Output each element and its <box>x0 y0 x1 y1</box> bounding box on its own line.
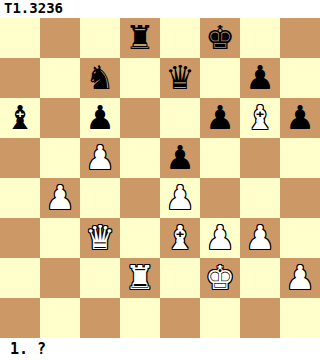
square-d6[interactable] <box>120 98 160 138</box>
black-pawn-piece[interactable]: ♟ <box>245 58 275 98</box>
square-g6[interactable]: ♝ <box>240 98 280 138</box>
square-b6[interactable] <box>40 98 80 138</box>
square-f4[interactable] <box>200 178 240 218</box>
square-e8[interactable] <box>160 18 200 58</box>
square-a6[interactable]: ♝ <box>0 98 40 138</box>
square-f1[interactable] <box>200 298 240 338</box>
square-e5[interactable]: ♟ <box>160 138 200 178</box>
square-a8[interactable] <box>0 18 40 58</box>
square-a7[interactable] <box>0 58 40 98</box>
square-f8[interactable]: ♚ <box>200 18 240 58</box>
black-bishop-piece[interactable]: ♝ <box>5 98 35 138</box>
white-bishop-piece[interactable]: ♝ <box>165 218 195 258</box>
square-g2[interactable] <box>240 258 280 298</box>
square-b7[interactable] <box>40 58 80 98</box>
square-g4[interactable] <box>240 178 280 218</box>
square-c1[interactable] <box>80 298 120 338</box>
white-queen-piece[interactable]: ♛ <box>85 218 115 258</box>
white-pawn-piece[interactable]: ♟ <box>245 218 275 258</box>
square-h4[interactable] <box>280 178 320 218</box>
square-h8[interactable] <box>280 18 320 58</box>
square-f6[interactable]: ♟ <box>200 98 240 138</box>
white-pawn-piece[interactable]: ♟ <box>85 138 115 178</box>
square-h1[interactable] <box>280 298 320 338</box>
square-e6[interactable] <box>160 98 200 138</box>
square-d3[interactable] <box>120 218 160 258</box>
square-d1[interactable] <box>120 298 160 338</box>
square-d5[interactable] <box>120 138 160 178</box>
square-h6[interactable]: ♟ <box>280 98 320 138</box>
square-g1[interactable] <box>240 298 280 338</box>
square-e1[interactable] <box>160 298 200 338</box>
square-b2[interactable] <box>40 258 80 298</box>
black-knight-piece[interactable]: ♞ <box>85 58 115 98</box>
square-e4[interactable]: ♟ <box>160 178 200 218</box>
square-g3[interactable]: ♟ <box>240 218 280 258</box>
square-c7[interactable]: ♞ <box>80 58 120 98</box>
square-e7[interactable]: ♛ <box>160 58 200 98</box>
square-b5[interactable] <box>40 138 80 178</box>
white-pawn-piece[interactable]: ♟ <box>285 258 315 298</box>
puzzle-id: T1.3236 <box>4 0 63 16</box>
white-king-piece[interactable]: ♚ <box>205 258 235 298</box>
white-bishop-piece[interactable]: ♝ <box>245 98 275 138</box>
move-prompt: 1. ? <box>10 340 46 358</box>
black-pawn-piece[interactable]: ♟ <box>285 98 315 138</box>
square-d8[interactable]: ♜ <box>120 18 160 58</box>
square-f7[interactable] <box>200 58 240 98</box>
black-queen-piece[interactable]: ♛ <box>165 58 195 98</box>
black-rook-piece[interactable]: ♜ <box>125 18 155 58</box>
square-f5[interactable] <box>200 138 240 178</box>
black-king-piece[interactable]: ♚ <box>205 18 235 58</box>
square-f2[interactable]: ♚ <box>200 258 240 298</box>
square-h5[interactable] <box>280 138 320 178</box>
square-a5[interactable] <box>0 138 40 178</box>
square-e2[interactable] <box>160 258 200 298</box>
square-d2[interactable]: ♜ <box>120 258 160 298</box>
square-b1[interactable] <box>40 298 80 338</box>
black-pawn-piece[interactable]: ♟ <box>165 138 195 178</box>
square-h3[interactable] <box>280 218 320 258</box>
chess-board: ♜♚♞♛♟♝♟♟♝♟♟♟♟♟♛♝♟♟♜♚♟ <box>0 18 320 338</box>
square-c8[interactable] <box>80 18 120 58</box>
square-d4[interactable] <box>120 178 160 218</box>
white-pawn-piece[interactable]: ♟ <box>205 218 235 258</box>
square-b3[interactable] <box>40 218 80 258</box>
square-c5[interactable]: ♟ <box>80 138 120 178</box>
white-rook-piece[interactable]: ♜ <box>125 258 155 298</box>
square-a2[interactable] <box>0 258 40 298</box>
square-b4[interactable]: ♟ <box>40 178 80 218</box>
square-g8[interactable] <box>240 18 280 58</box>
square-a1[interactable] <box>0 298 40 338</box>
square-a4[interactable] <box>0 178 40 218</box>
square-c6[interactable]: ♟ <box>80 98 120 138</box>
square-c4[interactable] <box>80 178 120 218</box>
square-c3[interactable]: ♛ <box>80 218 120 258</box>
square-a3[interactable] <box>0 218 40 258</box>
black-pawn-piece[interactable]: ♟ <box>205 98 235 138</box>
square-g5[interactable] <box>240 138 280 178</box>
square-b8[interactable] <box>40 18 80 58</box>
square-g7[interactable]: ♟ <box>240 58 280 98</box>
square-d7[interactable] <box>120 58 160 98</box>
black-pawn-piece[interactable]: ♟ <box>85 98 115 138</box>
white-pawn-piece[interactable]: ♟ <box>45 178 75 218</box>
square-f3[interactable]: ♟ <box>200 218 240 258</box>
white-pawn-piece[interactable]: ♟ <box>165 178 195 218</box>
square-h2[interactable]: ♟ <box>280 258 320 298</box>
square-c2[interactable] <box>80 258 120 298</box>
square-h7[interactable] <box>280 58 320 98</box>
square-e3[interactable]: ♝ <box>160 218 200 258</box>
